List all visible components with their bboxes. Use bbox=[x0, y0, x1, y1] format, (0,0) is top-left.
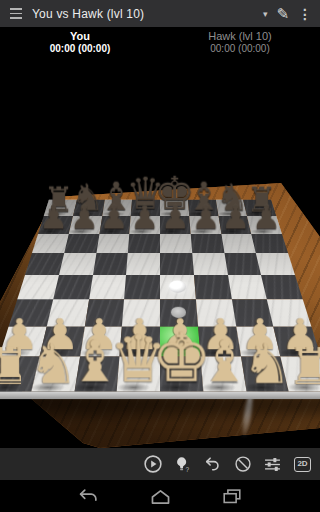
square-c5[interactable] bbox=[93, 253, 128, 275]
square-d4[interactable] bbox=[124, 275, 160, 299]
action-bar-actions: ▾ ✎ ⋮ bbox=[263, 6, 320, 21]
nav-back-button[interactable] bbox=[75, 485, 101, 507]
player-info-strip: You 00:00 (00:00) Hawk (lvl 10) 00:00 (0… bbox=[0, 27, 320, 60]
square-b6[interactable] bbox=[64, 234, 99, 254]
2d-box-icon: 2D bbox=[294, 457, 310, 472]
square-g6[interactable] bbox=[221, 234, 256, 254]
menu-icon[interactable] bbox=[0, 8, 32, 18]
square-b4[interactable] bbox=[53, 275, 93, 299]
square-d5[interactable] bbox=[126, 253, 160, 275]
recents-icon bbox=[221, 488, 243, 505]
square-e6[interactable] bbox=[160, 234, 192, 254]
app-title: You vs Hawk (lvl 10) bbox=[32, 7, 263, 21]
square-e4[interactable] bbox=[160, 275, 196, 299]
square-e7[interactable]: ♟ bbox=[160, 216, 190, 234]
square-g7[interactable]: ♟ bbox=[218, 216, 251, 234]
piece-black-pawn[interactable]: ♟ bbox=[161, 202, 190, 233]
hint-bulb-icon: ? bbox=[172, 454, 193, 475]
android-nav-bar bbox=[0, 480, 320, 512]
square-a4[interactable] bbox=[17, 275, 58, 299]
white-player-clock: 00:00 (00:00) bbox=[0, 43, 160, 55]
square-a6[interactable] bbox=[32, 234, 69, 254]
square-a5[interactable] bbox=[25, 253, 64, 275]
black-player-clock: 00:00 (00:00) bbox=[160, 43, 320, 55]
square-f5[interactable] bbox=[192, 253, 227, 275]
square-d6[interactable] bbox=[128, 234, 160, 254]
board-slab-edge bbox=[0, 391, 320, 399]
hint-button[interactable]: ? bbox=[170, 451, 195, 477]
back-arrow-icon bbox=[76, 488, 100, 505]
chess-app-screen: You vs Hawk (lvl 10) ▾ ✎ ⋮ You 00:00 (00… bbox=[0, 0, 320, 512]
block-button[interactable] bbox=[230, 451, 255, 477]
piece-black-pawn[interactable]: ♟ bbox=[252, 202, 281, 233]
piece-black-pawn[interactable]: ♟ bbox=[222, 202, 251, 233]
game-toolbar: ? bbox=[0, 448, 320, 480]
chevron-down-icon[interactable]: ▾ bbox=[263, 9, 268, 19]
chess-board[interactable]: ♜♞♝♛♚♝♞♜♟♟♟♟♟♟♟♟♟♟♟♟♟♟♟♟♜♞♝♛♚♝♞♜ bbox=[0, 200, 320, 392]
square-g1[interactable]: ♞ bbox=[240, 357, 289, 392]
undo-arrow-icon bbox=[202, 454, 223, 475]
square-a7[interactable]: ♟ bbox=[38, 216, 73, 234]
piece-white-rook[interactable]: ♜ bbox=[0, 342, 33, 390]
piece-black-pawn[interactable]: ♟ bbox=[100, 202, 129, 233]
square-h7[interactable]: ♟ bbox=[247, 216, 282, 234]
square-c4[interactable] bbox=[89, 275, 127, 299]
view-2d-button[interactable]: 2D bbox=[290, 451, 315, 477]
piece-black-pawn[interactable]: ♟ bbox=[69, 202, 98, 233]
piece-black-pawn[interactable]: ♟ bbox=[39, 202, 68, 233]
play-circle-icon bbox=[142, 453, 164, 475]
square-b1[interactable]: ♞ bbox=[31, 357, 80, 392]
square-d1[interactable]: ♛ bbox=[117, 357, 160, 392]
player-black: Hawk (lvl 10) 00:00 (00:00) bbox=[160, 27, 320, 60]
square-b7[interactable]: ♟ bbox=[69, 216, 102, 234]
tune-sliders-icon bbox=[262, 454, 283, 475]
square-h4[interactable] bbox=[261, 275, 302, 299]
play-button[interactable] bbox=[140, 451, 165, 477]
player-white: You 00:00 (00:00) bbox=[0, 27, 160, 60]
square-g4[interactable] bbox=[228, 275, 268, 299]
action-bar: You vs Hawk (lvl 10) ▾ ✎ ⋮ bbox=[0, 0, 320, 27]
white-player-name: You bbox=[0, 30, 160, 43]
piece-black-pawn[interactable]: ♟ bbox=[191, 202, 220, 233]
piece-white-queen[interactable]: ♛ bbox=[109, 329, 167, 391]
square-e5[interactable] bbox=[160, 253, 194, 275]
square-c7[interactable]: ♟ bbox=[99, 216, 131, 234]
square-d7[interactable]: ♟ bbox=[130, 216, 160, 234]
piece-white-knight[interactable]: ♞ bbox=[243, 338, 292, 390]
overflow-menu-icon[interactable]: ⋮ bbox=[298, 7, 312, 21]
square-f6[interactable] bbox=[190, 234, 224, 254]
home-icon bbox=[149, 488, 172, 505]
edit-pencil-icon[interactable]: ✎ bbox=[276, 6, 289, 21]
black-player-name: Hawk (lvl 10) bbox=[160, 30, 320, 43]
square-f4[interactable] bbox=[194, 275, 232, 299]
square-h1[interactable]: ♜ bbox=[281, 357, 320, 392]
nav-recents-button[interactable] bbox=[219, 485, 245, 507]
undo-button[interactable] bbox=[200, 451, 225, 477]
nav-home-button[interactable] bbox=[147, 485, 173, 507]
square-h6[interactable] bbox=[251, 234, 288, 254]
square-f7[interactable]: ♟ bbox=[189, 216, 221, 234]
square-c6[interactable] bbox=[96, 234, 130, 254]
block-icon bbox=[233, 454, 253, 474]
perspective-wrapper: ♜♞♝♛♚♝♞♜♟♟♟♟♟♟♟♟♟♟♟♟♟♟♟♟♜♞♝♛♚♝♞♜ bbox=[0, 60, 320, 448]
piece-white-knight[interactable]: ♞ bbox=[28, 338, 77, 390]
piece-black-pawn[interactable]: ♟ bbox=[130, 202, 159, 233]
board-scene: ♜♞♝♛♚♝♞♜♟♟♟♟♟♟♟♟♟♟♟♟♟♟♟♟♜♞♝♛♚♝♞♜ bbox=[0, 60, 320, 448]
piece-white-rook[interactable]: ♜ bbox=[287, 342, 320, 390]
settings-button[interactable] bbox=[260, 451, 285, 477]
hint-question-badge: ? bbox=[186, 465, 190, 472]
square-g5[interactable] bbox=[224, 253, 261, 275]
square-h5[interactable] bbox=[256, 253, 295, 275]
move-hint-e4[interactable] bbox=[168, 280, 186, 292]
board-plane: ♜♞♝♛♚♝♞♜♟♟♟♟♟♟♟♟♟♟♟♟♟♟♟♟♜♞♝♛♚♝♞♜ bbox=[0, 200, 320, 403]
square-b5[interactable] bbox=[59, 253, 96, 275]
